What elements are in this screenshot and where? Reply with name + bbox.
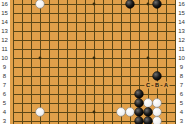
coord-label-left: 13 [1, 28, 8, 34]
hoshi-dot [93, 57, 96, 60]
black-stone[interactable] [153, 0, 162, 8]
coord-label-left: 15 [1, 10, 8, 16]
coord-label-left: 11 [1, 46, 8, 52]
coord-label-right: 6 [180, 91, 184, 97]
coord-label-right: 5 [180, 100, 184, 106]
black-stone[interactable] [135, 117, 144, 124]
coord-label-left: 9 [3, 64, 7, 70]
point-label-B[interactable]: B [155, 82, 159, 88]
go-board-diagram: 1615141312111098765431615141312111098765… [0, 0, 190, 124]
coord-label-right: 10 [178, 55, 185, 61]
white-stone[interactable] [117, 108, 126, 117]
coord-label-left: 3 [3, 118, 7, 124]
coord-label-right: 9 [180, 64, 184, 70]
white-stone[interactable] [153, 99, 162, 108]
white-stone[interactable] [153, 108, 162, 117]
hoshi-dot [39, 57, 42, 60]
coord-label-right: 4 [180, 109, 184, 115]
hoshi-dot [147, 57, 150, 60]
hoshi-dot [93, 111, 96, 114]
black-stone[interactable] [135, 99, 144, 108]
coord-label-left: 8 [3, 73, 7, 79]
coord-label-left: 14 [1, 19, 8, 25]
board-svg: 1615141312111098765431615141312111098765… [0, 0, 190, 124]
black-stone[interactable] [144, 117, 153, 124]
black-stone[interactable] [153, 72, 162, 81]
coord-label-right: 8 [180, 73, 184, 79]
coord-label-right: 15 [178, 10, 185, 16]
hoshi-dot [93, 3, 96, 6]
black-stone[interactable] [135, 108, 144, 117]
white-stone[interactable] [126, 108, 135, 117]
white-stone[interactable] [144, 99, 153, 108]
coord-label-right: 7 [180, 82, 184, 88]
coord-label-left: 12 [1, 37, 8, 43]
coord-label-left: 6 [3, 91, 7, 97]
coord-label-right: 11 [178, 46, 185, 52]
hoshi-dot [147, 3, 150, 6]
black-stone[interactable] [135, 90, 144, 99]
black-stone[interactable] [126, 0, 135, 8]
black-stone[interactable] [144, 108, 153, 117]
coord-label-left: 4 [3, 109, 7, 115]
coord-label-left: 10 [1, 55, 8, 61]
coord-label-left: 16 [1, 1, 8, 7]
coord-label-right: 3 [180, 118, 184, 124]
coord-label-left: 7 [3, 82, 7, 88]
coord-label-right: 14 [178, 19, 185, 25]
point-label-C[interactable]: C [146, 82, 150, 88]
coord-label-right: 13 [178, 28, 185, 34]
coord-label-right: 12 [178, 37, 185, 43]
white-stone[interactable] [36, 108, 45, 117]
white-stone[interactable] [36, 0, 45, 8]
coord-label-right: 16 [178, 1, 185, 7]
point-label-A[interactable]: A [164, 82, 168, 88]
coord-label-left: 5 [3, 100, 7, 106]
white-stone[interactable] [153, 117, 162, 124]
